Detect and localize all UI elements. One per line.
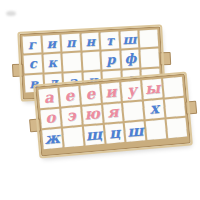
compartment: о <box>40 108 60 128</box>
compartment: ш <box>125 122 145 142</box>
compartment <box>63 53 81 71</box>
compartment: ю <box>82 105 102 125</box>
compartment: щ <box>84 125 104 145</box>
compartment: ц <box>104 123 124 143</box>
letter-tile-ж: ж <box>44 131 60 147</box>
compartment: у <box>122 80 142 100</box>
letter-tile-п: п <box>66 36 76 49</box>
letter-tile-г: г <box>27 38 36 51</box>
compartment <box>165 97 185 117</box>
letter-tile-е: е <box>85 86 96 102</box>
compartment: ш <box>120 31 138 49</box>
compartment <box>123 101 143 121</box>
compartment: и <box>101 82 121 102</box>
compartment: х <box>144 99 164 119</box>
letter-tile-н: н <box>85 35 95 48</box>
letter-tile-ш: ш <box>122 33 137 47</box>
compartment-grid-bottom: аееиуыоэюяхжщцш <box>38 77 187 149</box>
letter-tile-с: с <box>28 57 37 70</box>
tray-handle-right <box>160 52 172 66</box>
letter-tile-у: у <box>126 83 137 99</box>
compartment: ы <box>142 79 162 99</box>
compartment <box>146 120 166 140</box>
compartment: т <box>101 32 119 50</box>
letter-tray-bottom: аееиуыоэюяхжщцш <box>35 74 191 157</box>
letter-tile-щ: щ <box>85 127 102 143</box>
letter-tile-э: э <box>66 109 76 125</box>
compartment: и <box>42 35 60 53</box>
compartment: к <box>43 54 61 72</box>
compartment: ж <box>42 129 62 149</box>
compartment <box>163 77 183 97</box>
tray-handle-left <box>29 118 41 132</box>
letter-tile-о: о <box>45 111 56 127</box>
letter-tile-ш: ш <box>127 124 144 140</box>
letter-tile-и: и <box>105 84 117 100</box>
product-photo: гипнтшскрфвдзчл аееиуыоэюяхжщцш <box>0 0 200 200</box>
compartment <box>82 52 100 70</box>
letter-tile-и: и <box>46 37 56 50</box>
letter-tile-х: х <box>149 101 159 117</box>
letter-tile-я: я <box>107 105 119 121</box>
compartment <box>141 49 159 67</box>
compartment <box>63 127 83 147</box>
letter-tile-ы: ы <box>144 81 160 97</box>
letter-tile-ф: ф <box>124 52 136 66</box>
compartment: н <box>81 33 99 51</box>
letter-tile-ц: ц <box>108 126 120 142</box>
compartment <box>167 118 187 138</box>
compartment <box>140 30 158 48</box>
compartment: е <box>80 84 100 104</box>
compartment: я <box>103 103 123 123</box>
letter-tile-к: к <box>47 56 57 69</box>
letter-tile-ю: ю <box>84 107 101 123</box>
compartment: ф <box>121 50 139 68</box>
tray-handle-left <box>12 63 24 77</box>
compartment: г <box>23 36 41 54</box>
letter-tile-т: т <box>106 34 115 47</box>
tray-handle-right <box>185 101 197 115</box>
letter-tile-а: а <box>43 90 54 106</box>
letter-tile-р: р <box>106 53 116 66</box>
letter-tile-е: е <box>64 88 75 104</box>
watermark-smudge <box>6 11 16 16</box>
compartment: а <box>38 88 58 108</box>
compartment: с <box>24 55 42 73</box>
compartment: п <box>62 34 80 52</box>
compartment: э <box>61 107 81 127</box>
compartment: р <box>102 51 120 69</box>
compartment: е <box>59 86 79 106</box>
